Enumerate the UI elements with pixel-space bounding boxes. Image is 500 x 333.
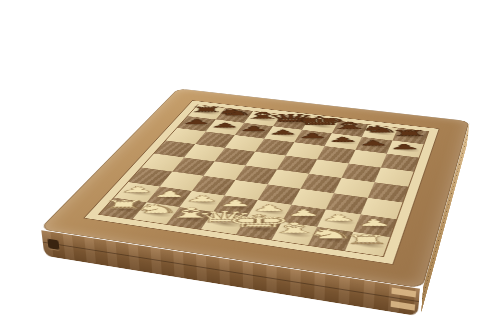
piece-black-pawn: ♟ [360, 143, 448, 150]
maple-inlay-border: ♜♞♝♛♚♝♞♜♟♟♟♟♟♟♟♟♟♟♟♟♟♟♟♟♜♞♝♛♚♝♞♜ [83, 100, 440, 265]
squares-grid: ♜♞♝♛♚♝♞♜♟♟♟♟♟♟♟♟♟♟♟♟♟♟♟♟♜♞♝♛♚♝♞♜ [98, 104, 429, 257]
square-h1: ♜ [345, 232, 390, 256]
chess-board-box: ♜♞♝♛♚♝♞♜♟♟♟♟♟♟♟♟♟♟♟♟♟♟♟♟♜♞♝♛♚♝♞♜ [39, 89, 469, 289]
piece-white-rook: ♜ [314, 233, 418, 246]
hinge-notch [47, 239, 59, 250]
chess-set-photo: ♜♞♝♛♚♝♞♜♟♟♟♟♟♟♟♟♟♟♟♟♟♟♟♟♜♞♝♛♚♝♞♜ [0, 0, 500, 333]
dovetail-joint [390, 288, 416, 313]
